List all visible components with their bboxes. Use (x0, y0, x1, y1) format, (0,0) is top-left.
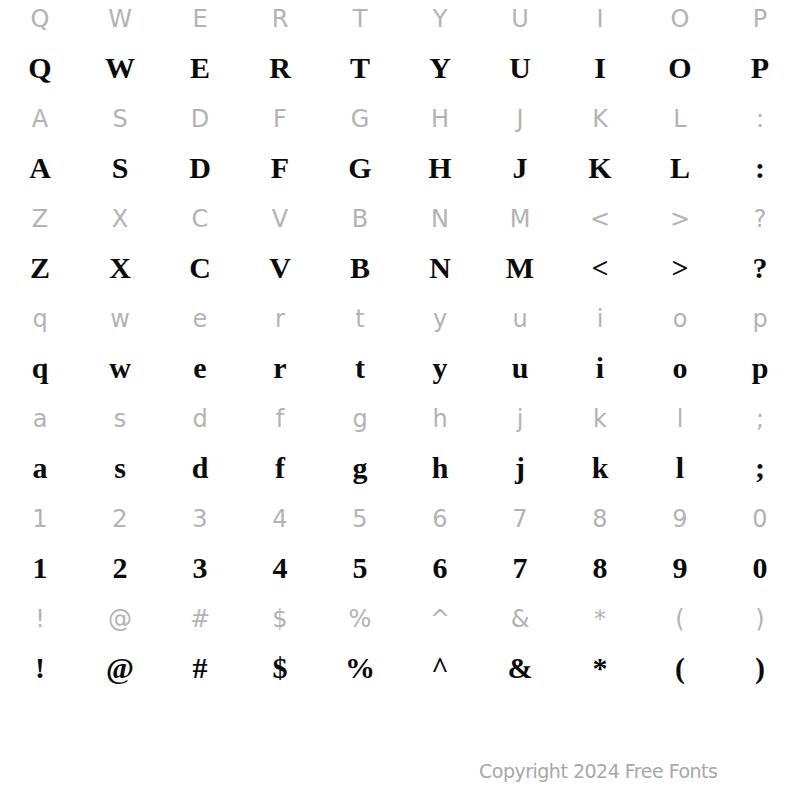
char-cell: R (240, 0, 320, 44)
char-cell: p (720, 343, 800, 393)
char-cell: e (160, 294, 240, 344)
char-cell: f (240, 443, 320, 493)
copyright-text: Copyright 2024 Free Fonts (479, 760, 717, 782)
char-cell: k (560, 394, 640, 444)
char-cell: 6 (400, 494, 480, 544)
char-cell: * (560, 594, 640, 644)
char-cell: ( (640, 643, 720, 693)
char-cell: w (80, 294, 160, 344)
char-cell: s (80, 443, 160, 493)
char-cell: ! (0, 643, 80, 693)
char-cell: l (640, 443, 720, 493)
char-cell: S (80, 94, 160, 144)
char-cell: C (160, 194, 240, 244)
char-cell: w (80, 343, 160, 393)
char-cell: J (480, 143, 560, 193)
char-cell: K (560, 143, 640, 193)
char-cell: r (240, 294, 320, 344)
char-cell: u (480, 294, 560, 344)
char-cell: I (560, 43, 640, 93)
char-cell: Z (0, 243, 80, 293)
char-cell: J (480, 94, 560, 144)
char-cell: & (480, 643, 560, 693)
char-cell: 3 (160, 543, 240, 593)
char-cell: M (480, 194, 560, 244)
char-cell: I (560, 0, 640, 44)
char-cell: F (240, 143, 320, 193)
char-cell: O (640, 0, 720, 44)
char-cell: t (320, 294, 400, 344)
char-cell: & (480, 594, 560, 644)
char-cell: $ (240, 643, 320, 693)
char-cell: ; (720, 394, 800, 444)
char-cell: 8 (560, 494, 640, 544)
char-cell: V (240, 194, 320, 244)
char-cell: u (480, 343, 560, 393)
char-cell: : (720, 143, 800, 193)
char-cell: M (480, 243, 560, 293)
char-cell: @ (80, 643, 160, 693)
sample-row-5: 1234567890 (0, 543, 800, 593)
char-cell: 1 (0, 543, 80, 593)
char-cell: ? (720, 243, 800, 293)
char-cell: % (320, 643, 400, 693)
char-cell: 0 (720, 494, 800, 544)
char-cell: Y (400, 0, 480, 44)
char-cell: * (560, 643, 640, 693)
char-cell: ^ (400, 594, 480, 644)
char-cell: S (80, 143, 160, 193)
char-cell: s (80, 394, 160, 444)
char-cell: X (80, 194, 160, 244)
char-cell: i (560, 294, 640, 344)
char-cell: 4 (240, 543, 320, 593)
sample-row-4: asdfghjkl; (0, 443, 800, 493)
char-cell: k (560, 443, 640, 493)
char-cell: e (160, 343, 240, 393)
char-cell: P (720, 43, 800, 93)
preview-row-2: ZXCVBNM<>? (0, 194, 800, 244)
char-cell: T (320, 0, 400, 44)
char-cell: g (320, 443, 400, 493)
char-cell: # (160, 594, 240, 644)
char-cell: p (720, 294, 800, 344)
char-cell: : (720, 94, 800, 144)
char-cell: j (480, 443, 560, 493)
character-grid: QWERTYUIOPQWERTYUIOPASDFGHJKL:ASDFGHJKL:… (0, 0, 800, 700)
preview-row-6: !@#$%^&*() (0, 594, 800, 644)
char-cell: ) (720, 643, 800, 693)
char-cell: Q (0, 0, 80, 44)
char-cell: K (560, 94, 640, 144)
preview-row-3: qwertyuiop (0, 294, 800, 344)
char-cell: R (240, 43, 320, 93)
char-cell: < (560, 194, 640, 244)
char-cell: L (640, 143, 720, 193)
char-cell: t (320, 343, 400, 393)
char-cell: D (160, 143, 240, 193)
char-cell: D (160, 94, 240, 144)
char-cell: % (320, 594, 400, 644)
char-cell: W (80, 0, 160, 44)
sample-row-0: QWERTYUIOP (0, 43, 800, 93)
preview-row-4: asdfghjkl; (0, 394, 800, 444)
char-cell: U (480, 0, 560, 44)
char-cell: h (400, 394, 480, 444)
char-cell: a (0, 443, 80, 493)
char-cell: < (560, 243, 640, 293)
preview-row-0: QWERTYUIOP (0, 0, 800, 44)
char-cell: q (0, 294, 80, 344)
sample-row-2: ZXCVBNM<>? (0, 243, 800, 293)
char-cell: H (400, 143, 480, 193)
char-cell: 4 (240, 494, 320, 544)
char-cell: d (160, 443, 240, 493)
char-cell: F (240, 94, 320, 144)
char-cell: q (0, 343, 80, 393)
char-cell: g (320, 394, 400, 444)
char-cell: h (400, 443, 480, 493)
char-cell: 1 (0, 494, 80, 544)
char-cell: W (80, 43, 160, 93)
char-cell: j (480, 394, 560, 444)
preview-row-5: 1234567890 (0, 494, 800, 544)
char-cell: d (160, 394, 240, 444)
char-cell: ) (720, 594, 800, 644)
char-cell: V (240, 243, 320, 293)
char-cell: A (0, 143, 80, 193)
char-cell: y (400, 343, 480, 393)
char-cell: i (560, 343, 640, 393)
char-cell: P (720, 0, 800, 44)
char-cell: o (640, 294, 720, 344)
char-cell: Z (0, 194, 80, 244)
char-cell: r (240, 343, 320, 393)
char-cell: 8 (560, 543, 640, 593)
char-cell: 6 (400, 543, 480, 593)
char-cell: L (640, 94, 720, 144)
char-cell: 3 (160, 494, 240, 544)
char-cell: 5 (320, 494, 400, 544)
char-cell: o (640, 343, 720, 393)
char-cell: O (640, 43, 720, 93)
char-cell: @ (80, 594, 160, 644)
char-cell: 9 (640, 543, 720, 593)
char-cell: B (320, 243, 400, 293)
char-cell: > (640, 194, 720, 244)
sample-row-3: qwertyuiop (0, 343, 800, 393)
char-cell: y (400, 294, 480, 344)
char-cell: H (400, 94, 480, 144)
char-cell: G (320, 94, 400, 144)
char-cell: C (160, 243, 240, 293)
char-cell: 5 (320, 543, 400, 593)
sample-row-6: !@#$%^&*() (0, 643, 800, 693)
font-specimen-page: { "game": "font-specimen-character-map",… (0, 0, 800, 800)
sample-row-1: ASDFGHJKL: (0, 143, 800, 193)
char-cell: N (400, 194, 480, 244)
char-cell: 0 (720, 543, 800, 593)
char-cell: Y (400, 43, 480, 93)
char-cell: B (320, 194, 400, 244)
char-cell: Q (0, 43, 80, 93)
char-cell: ^ (400, 643, 480, 693)
char-cell: f (240, 394, 320, 444)
char-cell: G (320, 143, 400, 193)
char-cell: 2 (80, 494, 160, 544)
char-cell: U (480, 43, 560, 93)
char-cell: 7 (480, 494, 560, 544)
char-cell: ( (640, 594, 720, 644)
char-cell: T (320, 43, 400, 93)
char-cell: ! (0, 594, 80, 644)
char-cell: > (640, 243, 720, 293)
preview-row-1: ASDFGHJKL: (0, 94, 800, 144)
char-cell: l (640, 394, 720, 444)
char-cell: A (0, 94, 80, 144)
char-cell: $ (240, 594, 320, 644)
char-cell: # (160, 643, 240, 693)
char-cell: 2 (80, 543, 160, 593)
char-cell: E (160, 0, 240, 44)
char-cell: X (80, 243, 160, 293)
char-cell: a (0, 394, 80, 444)
char-cell: ? (720, 194, 800, 244)
char-cell: 7 (480, 543, 560, 593)
char-cell: N (400, 243, 480, 293)
char-cell: ; (720, 443, 800, 493)
char-cell: E (160, 43, 240, 93)
char-cell: 9 (640, 494, 720, 544)
